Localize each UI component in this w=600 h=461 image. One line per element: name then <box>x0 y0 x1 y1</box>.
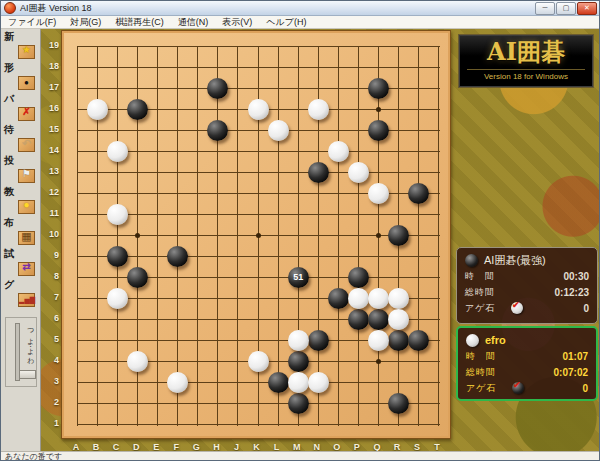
white-stone-O14 <box>328 141 349 162</box>
shape-icon <box>18 76 35 90</box>
player-panel-black: AI囲碁(最強)時 間00:30総時間0:12:23アゲ石0 <box>456 247 598 324</box>
white-stone-Q12 <box>368 183 389 204</box>
black-stone-M4 <box>288 351 309 372</box>
level-slider-label: つよ・よわ <box>25 324 35 361</box>
total-time-value: 0:12:23 <box>555 287 589 298</box>
window-buttons: ─ ▢ ✕ <box>535 2 597 15</box>
black-stone-C9 <box>107 246 128 267</box>
minimize-button[interactable]: ─ <box>535 2 555 15</box>
row-label: 17 <box>43 82 59 92</box>
player-name: efro <box>485 334 506 346</box>
black-stone-P8 <box>348 267 369 288</box>
fuseki-icon <box>18 231 35 245</box>
toolbar-button-label: 形 <box>4 61 14 75</box>
white-stone-N3 <box>308 372 329 393</box>
captured-black-stone-icon <box>512 382 524 394</box>
toolbar-button-label: 試 <box>4 247 14 261</box>
menu-item[interactable]: 通信(N) <box>171 16 216 29</box>
time-value: 01:07 <box>562 351 588 362</box>
row-label: 12 <box>43 187 59 197</box>
board-grid[interactable]: 51 <box>77 46 440 426</box>
star-point <box>376 359 381 364</box>
row-label: 1 <box>43 418 59 428</box>
toolbar-button-label: 待 <box>4 123 14 137</box>
black-stone-R2 <box>388 393 409 414</box>
row-label: 10 <box>43 229 59 239</box>
black-stone-L3 <box>268 372 289 393</box>
row-label: 7 <box>43 292 59 302</box>
white-stone-P13 <box>348 162 369 183</box>
black-stone-P6 <box>348 309 369 330</box>
black-stone-Q6 <box>368 309 389 330</box>
toolbar-button-label: グ <box>4 278 14 292</box>
hint-icon <box>18 200 35 214</box>
white-stone-D4 <box>127 351 148 372</box>
white-stone-C14 <box>107 141 128 162</box>
row-label: 5 <box>43 334 59 344</box>
go-board[interactable]: 51 <box>61 30 451 439</box>
app-icon <box>4 2 16 14</box>
menu-item[interactable]: 棋譜再生(C) <box>108 16 171 29</box>
menu-item[interactable]: 対局(G) <box>63 16 108 29</box>
toolbar-button-label: 新 <box>4 30 14 44</box>
logo-subtitle: Version 18 for Windows <box>467 69 585 81</box>
star-point <box>256 233 261 238</box>
toolbar-button-new[interactable]: 新 <box>3 30 37 60</box>
row-label: 6 <box>43 313 59 323</box>
white-stone-B16 <box>87 99 108 120</box>
black-stone-H15 <box>207 120 228 141</box>
window-title: AI囲碁 Version 18 <box>20 2 92 15</box>
graph-icon <box>18 293 35 307</box>
player-panel-white: efro時 間01:07総時間0:07:02アゲ石0 <box>456 326 598 401</box>
black-stone-F9 <box>167 246 188 267</box>
white-stone-M5 <box>288 330 309 351</box>
menu-item[interactable]: ファイル(F) <box>1 16 63 29</box>
black-stone-S12 <box>408 183 429 204</box>
toolbar-button-resign[interactable]: 投 <box>3 154 37 184</box>
player-name: AI囲碁(最強) <box>484 253 546 268</box>
captures-label: アゲ石 <box>466 382 510 395</box>
white-stone-N16 <box>308 99 329 120</box>
menu-bar: ファイル(F)対局(G)棋譜再生(C)通信(N)表示(V)ヘルプ(H) <box>1 16 599 29</box>
black-stone-D8 <box>127 267 148 288</box>
app-window: AI囲碁 Version 18 ─ ▢ ✕ ファイル(F)対局(G)棋譜再生(C… <box>0 0 600 461</box>
total-time-label: 総時間 <box>466 366 510 379</box>
maximize-button[interactable]: ▢ <box>556 2 576 15</box>
captures-label: アゲ石 <box>465 302 509 315</box>
toolbar-button-graph[interactable]: グ <box>3 278 37 308</box>
close-button[interactable]: ✕ <box>577 2 597 15</box>
title-bar: AI囲碁 Version 18 ─ ▢ ✕ <box>1 1 599 16</box>
black-stone-O7 <box>328 288 349 309</box>
toolbar-button-label: 教 <box>4 185 14 199</box>
white-stone-K16 <box>248 99 269 120</box>
black-stone-Q15 <box>368 120 389 141</box>
white-stone-M3 <box>288 372 309 393</box>
new-icon <box>18 45 35 59</box>
white-stone-L15 <box>268 120 289 141</box>
white-stone-R7 <box>388 288 409 309</box>
toolbar: 新形バ待投教布試グ つよ・よわ <box>1 29 41 451</box>
white-stone-F3 <box>167 372 188 393</box>
row-label: 16 <box>43 103 59 113</box>
row-label: 18 <box>43 61 59 71</box>
row-label: 11 <box>43 208 59 218</box>
toolbar-button-fuseki[interactable]: 布 <box>3 216 37 246</box>
row-label: 2 <box>43 397 59 407</box>
toolbar-button-shape[interactable]: 形 <box>3 61 37 91</box>
time-value: 00:30 <box>563 271 589 282</box>
black-stone-H17 <box>207 78 228 99</box>
logo-title: AI囲碁 <box>459 35 593 69</box>
row-label: 19 <box>43 40 59 50</box>
level-slider-track[interactable] <box>15 323 20 381</box>
toolbar-button-back[interactable]: バ <box>3 92 37 122</box>
black-stone-icon <box>465 254 478 267</box>
row-label: 9 <box>43 250 59 260</box>
white-stone-P7 <box>348 288 369 309</box>
app-logo: AI囲碁 Version 18 for Windows <box>458 34 594 88</box>
toolbar-button-label: 投 <box>4 154 14 168</box>
back-icon <box>18 107 35 121</box>
white-stone-C11 <box>107 204 128 225</box>
white-stone-K4 <box>248 351 269 372</box>
row-label: 8 <box>43 271 59 281</box>
black-stone-D16 <box>127 99 148 120</box>
white-stone-R6 <box>388 309 409 330</box>
row-label: 15 <box>43 124 59 134</box>
resign-icon <box>18 169 35 183</box>
toolbar-button-label: 布 <box>4 216 14 230</box>
black-stone-M2 <box>288 393 309 414</box>
white-stone-Q7 <box>368 288 389 309</box>
black-stone-S5 <box>408 330 429 351</box>
star-point <box>376 233 381 238</box>
row-label: 14 <box>43 145 59 155</box>
time-label: 時 間 <box>466 350 510 363</box>
level-slider-thumb[interactable] <box>19 370 36 379</box>
level-slider-box: つよ・よわ <box>5 317 37 387</box>
black-stone-R5 <box>388 330 409 351</box>
star-point <box>376 107 381 112</box>
black-stone-N13 <box>308 162 329 183</box>
menu-item[interactable]: 表示(V) <box>215 16 259 29</box>
row-label: 13 <box>43 166 59 176</box>
white-stone-Q5 <box>368 330 389 351</box>
move-number-label: 51 <box>288 267 309 288</box>
black-stone-R10 <box>388 225 409 246</box>
menu-item[interactable]: ヘルプ(H) <box>259 16 313 29</box>
toolbar-button-label: バ <box>4 92 14 106</box>
row-label: 3 <box>43 376 59 386</box>
toolbar-button-trial[interactable]: 試 <box>3 247 37 277</box>
white-stone-C7 <box>107 288 128 309</box>
time-label: 時 間 <box>465 270 509 283</box>
black-stone-N5 <box>308 330 329 351</box>
wait-icon <box>18 138 35 152</box>
captured-white-stone-icon <box>511 302 523 314</box>
toolbar-button-hint[interactable]: 教 <box>3 185 37 215</box>
captures-value: 0 <box>582 383 588 394</box>
row-label: 4 <box>43 355 59 365</box>
total-time-value: 0:07:02 <box>554 367 588 378</box>
toolbar-buttons: 新形バ待投教布試グ <box>1 30 40 308</box>
status-bar: あなたの番です <box>1 451 599 461</box>
trial-icon <box>18 262 35 276</box>
status-text: あなたの番です <box>1 452 599 461</box>
total-time-label: 総時間 <box>465 286 509 299</box>
black-stone-Q17 <box>368 78 389 99</box>
toolbar-button-wait[interactable]: 待 <box>3 123 37 153</box>
star-point <box>135 233 140 238</box>
captures-value: 0 <box>583 303 589 314</box>
black-stone-M8: 51 <box>288 267 309 288</box>
white-stone-icon <box>466 334 479 347</box>
